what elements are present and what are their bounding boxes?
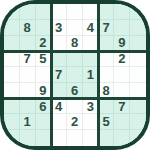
cell-r5c1 [4,67,20,83]
cell-r5c8 [114,67,130,83]
cell-r9c9 [130,130,146,146]
sudoku-grid: 8347289752719686437125 [4,4,146,146]
cell-r9c2 [20,130,36,146]
cell-r8c2: 1 [20,114,36,130]
cell-r2c7: 7 [99,20,115,36]
cell-r5c2 [20,67,36,83]
cell-r4c7 [99,51,115,67]
cell-r8c4 [51,114,67,130]
cell-r4c5 [67,51,83,67]
sudoku-board: 8347289752719686437125 [4,4,146,146]
cell-r2c5 [67,20,83,36]
cell-r5c4: 7 [51,67,67,83]
cell-r1c2 [20,4,36,20]
cell-r1c8 [114,4,130,20]
box-divider-horizontal-1 [4,50,146,53]
cell-r8c9 [130,114,146,130]
cell-r5c5 [67,67,83,83]
cell-r9c1 [4,130,20,146]
cell-r4c1 [4,51,20,67]
cell-r7c2 [20,99,36,115]
cell-r7c1 [4,99,20,115]
cell-r1c7 [99,4,115,20]
cell-r2c2: 8 [20,20,36,36]
cell-r8c7: 5 [99,114,115,130]
cell-r9c5 [67,130,83,146]
cell-r7c7 [99,99,115,115]
cell-r4c2: 7 [20,51,36,67]
cell-r7c5 [67,99,83,115]
cell-r4c4 [51,51,67,67]
cell-r7c4: 4 [51,99,67,115]
cell-r8c1 [4,114,20,130]
cell-r9c4 [51,130,67,146]
cell-r4c9 [130,51,146,67]
box-divider-horizontal-2 [4,97,146,100]
sudoku-app-icon[interactable]: 8347289752719686437125 [0,0,150,150]
cell-r9c7 [99,130,115,146]
cell-r8c5: 2 [67,114,83,130]
cell-r2c4: 3 [51,20,67,36]
cell-r1c9 [130,4,146,20]
cell-r8c8 [114,114,130,130]
cell-r2c9 [130,20,146,36]
cell-r9c8 [114,130,130,146]
box-divider-vertical-1 [50,4,53,146]
box-divider-vertical-2 [97,4,100,146]
cell-r7c9 [130,99,146,115]
cell-r1c5 [67,4,83,20]
cell-r1c1 [4,4,20,20]
cell-r2c8 [114,20,130,36]
cell-r7c8: 7 [114,99,130,115]
cell-r2c1 [4,20,20,36]
cell-r5c7 [99,67,115,83]
cell-r5c9 [130,67,146,83]
cell-r4c8: 2 [114,51,130,67]
cell-r1c4 [51,4,67,20]
